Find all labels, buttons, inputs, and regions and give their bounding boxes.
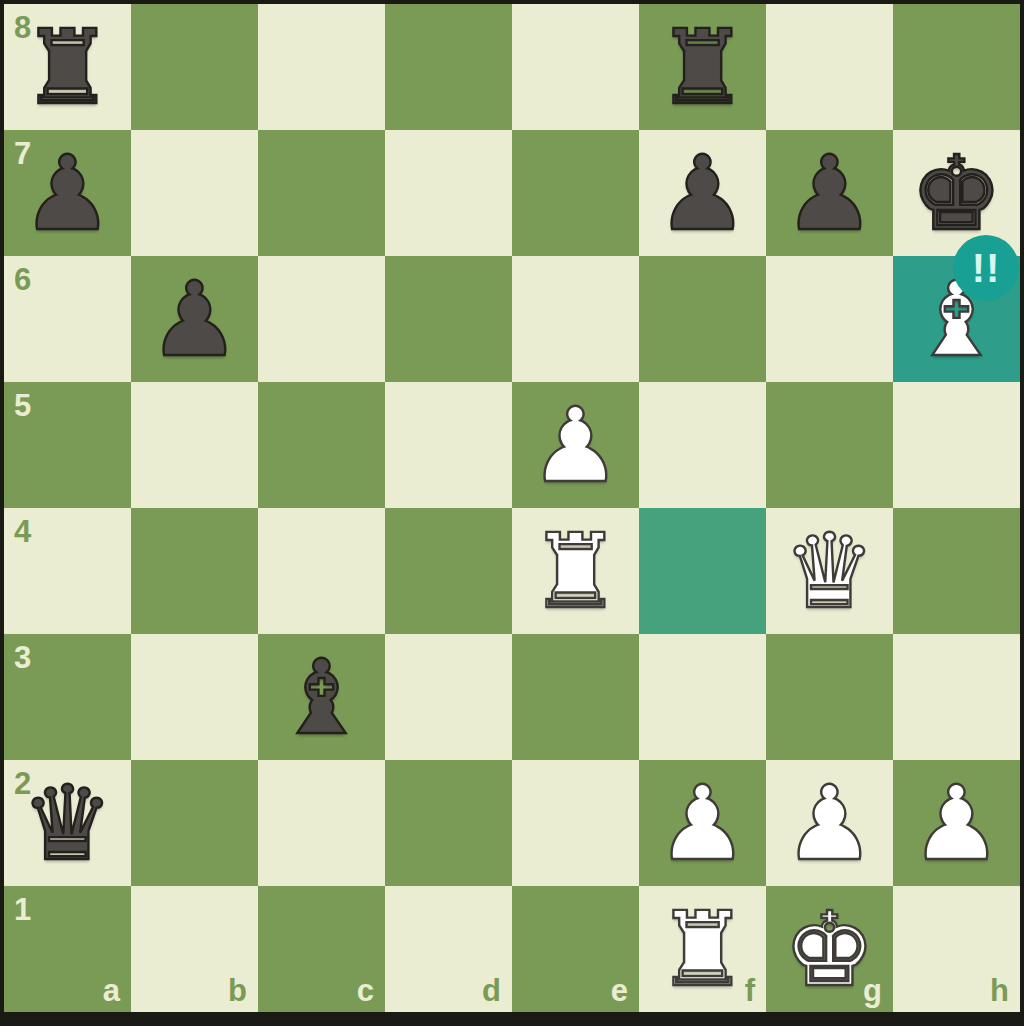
rank-label-3: 3	[14, 642, 31, 673]
square-c7[interactable]	[258, 130, 385, 256]
black-rook[interactable]: ♜	[639, 4, 766, 130]
file-label-b: b	[228, 975, 247, 1006]
square-h7[interactable]: ♚	[893, 130, 1020, 256]
square-f2[interactable]: ♟	[639, 760, 766, 886]
black-king[interactable]: ♚	[893, 130, 1020, 256]
square-a7[interactable]: 7♟	[4, 130, 131, 256]
square-d6[interactable]	[385, 256, 512, 382]
square-f4[interactable]	[639, 508, 766, 634]
square-b4[interactable]	[131, 508, 258, 634]
square-d2[interactable]	[385, 760, 512, 886]
square-h1[interactable]: h	[893, 886, 1020, 1012]
square-b2[interactable]	[131, 760, 258, 886]
square-f6[interactable]	[639, 256, 766, 382]
square-g3[interactable]	[766, 634, 893, 760]
square-a5[interactable]: 5	[4, 382, 131, 508]
file-label-c: c	[357, 975, 374, 1006]
file-label-e: e	[611, 975, 628, 1006]
square-e2[interactable]	[512, 760, 639, 886]
square-g4[interactable]: ♛	[766, 508, 893, 634]
square-h5[interactable]	[893, 382, 1020, 508]
black-rook[interactable]: ♜	[4, 4, 131, 130]
square-a1[interactable]: 1a	[4, 886, 131, 1012]
square-b1[interactable]: b	[131, 886, 258, 1012]
square-a4[interactable]: 4	[4, 508, 131, 634]
square-d7[interactable]	[385, 130, 512, 256]
square-g2[interactable]: ♟	[766, 760, 893, 886]
white-pawn[interactable]: ♟	[766, 760, 893, 886]
square-b6[interactable]: ♟	[131, 256, 258, 382]
square-d8[interactable]	[385, 4, 512, 130]
square-h8[interactable]	[893, 4, 1020, 130]
square-a2[interactable]: 2♛	[4, 760, 131, 886]
square-c3[interactable]: ♝	[258, 634, 385, 760]
white-pawn[interactable]: ♟	[512, 382, 639, 508]
square-e5[interactable]: ♟	[512, 382, 639, 508]
square-e6[interactable]	[512, 256, 639, 382]
square-d3[interactable]	[385, 634, 512, 760]
square-f8[interactable]: ♜	[639, 4, 766, 130]
square-g7[interactable]: ♟	[766, 130, 893, 256]
black-pawn[interactable]: ♟	[131, 256, 258, 382]
white-king[interactable]: ♚	[766, 886, 893, 1012]
square-c2[interactable]	[258, 760, 385, 886]
square-h2[interactable]: ♟	[893, 760, 1020, 886]
chess-board: 8♜♜7♟♟♟♚6♟♝5♟4♜♛3♝2♛♟♟♟1abcdef♜g♚h	[4, 4, 1020, 1012]
square-b8[interactable]	[131, 4, 258, 130]
square-h3[interactable]	[893, 634, 1020, 760]
board-border: 8♜♜7♟♟♟♚6♟♝5♟4♜♛3♝2♛♟♟♟1abcdef♜g♚h !!	[0, 0, 1024, 1026]
file-label-h: h	[990, 975, 1009, 1006]
square-d4[interactable]	[385, 508, 512, 634]
square-e1[interactable]: e	[512, 886, 639, 1012]
square-g8[interactable]	[766, 4, 893, 130]
brilliant-move-badge: !!	[953, 235, 1019, 301]
black-pawn[interactable]: ♟	[766, 130, 893, 256]
square-c1[interactable]: c	[258, 886, 385, 1012]
black-queen[interactable]: ♛	[4, 760, 131, 886]
rank-label-6: 6	[14, 264, 31, 295]
square-g1[interactable]: g♚	[766, 886, 893, 1012]
square-g5[interactable]	[766, 382, 893, 508]
square-f5[interactable]	[639, 382, 766, 508]
square-e8[interactable]	[512, 4, 639, 130]
rank-label-4: 4	[14, 516, 31, 547]
black-pawn[interactable]: ♟	[639, 130, 766, 256]
square-a3[interactable]: 3	[4, 634, 131, 760]
white-rook[interactable]: ♜	[512, 508, 639, 634]
square-e3[interactable]	[512, 634, 639, 760]
square-e4[interactable]: ♜	[512, 508, 639, 634]
square-c4[interactable]	[258, 508, 385, 634]
square-f1[interactable]: f♜	[639, 886, 766, 1012]
square-c5[interactable]	[258, 382, 385, 508]
file-label-a: a	[103, 975, 120, 1006]
square-g6[interactable]	[766, 256, 893, 382]
white-queen[interactable]: ♛	[766, 508, 893, 634]
rank-label-5: 5	[14, 390, 31, 421]
square-h4[interactable]	[893, 508, 1020, 634]
square-c6[interactable]	[258, 256, 385, 382]
square-d5[interactable]	[385, 382, 512, 508]
white-rook[interactable]: ♜	[639, 886, 766, 1012]
square-c8[interactable]	[258, 4, 385, 130]
square-b3[interactable]	[131, 634, 258, 760]
square-a6[interactable]: 6	[4, 256, 131, 382]
square-b7[interactable]	[131, 130, 258, 256]
square-d1[interactable]: d	[385, 886, 512, 1012]
square-b5[interactable]	[131, 382, 258, 508]
white-pawn[interactable]: ♟	[639, 760, 766, 886]
white-pawn[interactable]: ♟	[893, 760, 1020, 886]
square-f7[interactable]: ♟	[639, 130, 766, 256]
black-pawn[interactable]: ♟	[4, 130, 131, 256]
square-f3[interactable]	[639, 634, 766, 760]
square-e7[interactable]	[512, 130, 639, 256]
black-bishop[interactable]: ♝	[258, 634, 385, 760]
rank-label-1: 1	[14, 894, 31, 925]
file-label-d: d	[482, 975, 501, 1006]
square-a8[interactable]: 8♜	[4, 4, 131, 130]
